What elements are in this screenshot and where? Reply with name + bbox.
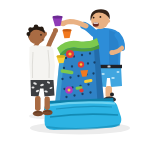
boy-teeth — [93, 22, 98, 23]
water-flower-red-mid — [78, 61, 84, 67]
flower-center — [68, 89, 71, 92]
water-flower-red-upper — [66, 50, 74, 58]
flower-center — [80, 63, 83, 66]
shorts-spot — [101, 73, 105, 75]
water-spinner-red-small — [79, 88, 83, 92]
photo-canvas — [0, 0, 150, 150]
toddler-left-leg — [35, 96, 41, 111]
flower-center — [68, 52, 71, 55]
orange-cup-rim — [63, 29, 72, 32]
toddler-shirt — [29, 45, 55, 80]
shorts-spot — [117, 71, 120, 73]
boy-ear — [107, 19, 111, 23]
boy-belt-buckle — [108, 65, 111, 67]
boy-eye-right — [100, 16, 102, 18]
boy-right-hand — [109, 50, 114, 55]
product-photo — [0, 0, 150, 150]
toddler-near-hand — [53, 28, 58, 33]
funnel-rim — [57, 55, 66, 58]
purple-cup-rim — [53, 16, 63, 19]
toddler-eye — [40, 34, 42, 36]
boy-ankle-watch — [110, 93, 114, 97]
toddler-right-leg — [45, 97, 50, 111]
toy-base — [44, 98, 121, 130]
boy-eye-left — [93, 17, 95, 19]
toddler-ear — [30, 37, 33, 40]
shorts-spot — [111, 77, 115, 79]
water-flower-magenta — [65, 86, 73, 94]
